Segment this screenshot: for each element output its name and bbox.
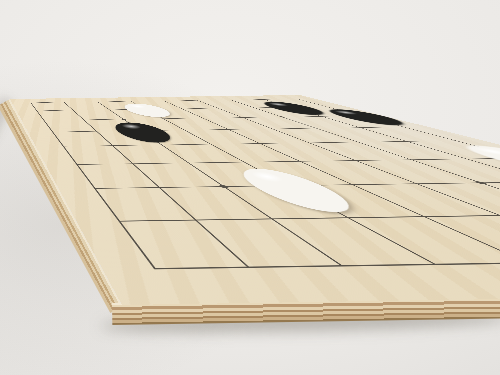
photo-backdrop: ●●●●●● — [0, 0, 500, 375]
go-board-surface[interactable]: ●●●●●● — [10, 95, 500, 305]
